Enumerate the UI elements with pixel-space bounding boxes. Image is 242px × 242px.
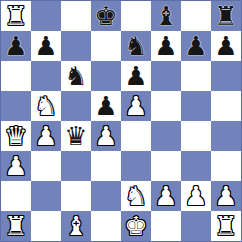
square-g8[interactable]: [181, 1, 211, 31]
square-f2[interactable]: ♟: [151, 181, 181, 211]
square-d7[interactable]: [91, 31, 121, 61]
square-h6[interactable]: [211, 61, 241, 91]
white-knight-icon: ♞: [124, 181, 147, 211]
white-pawn-icon: ♟: [184, 181, 207, 211]
square-d5[interactable]: ♟: [91, 91, 121, 121]
chess-board: ♜♚♝♜♟♟♞♟♟♟♞♟♞♟♟♛♟♛♟♟♞♟♟♟♜♝♚♜: [1, 1, 241, 241]
white-king-icon: ♚: [124, 211, 147, 241]
black-queen-icon: ♛: [64, 121, 87, 151]
black-pawn-icon: ♟: [34, 31, 57, 61]
white-knight-icon: ♞: [34, 91, 57, 121]
black-pawn-icon: ♟: [154, 31, 177, 61]
black-knight-icon: ♞: [64, 61, 87, 91]
square-a4[interactable]: ♛: [1, 121, 31, 151]
square-b2[interactable]: [31, 181, 61, 211]
square-c3[interactable]: [61, 151, 91, 181]
square-f5[interactable]: [151, 91, 181, 121]
square-a1[interactable]: ♜: [1, 211, 31, 241]
square-g5[interactable]: [181, 91, 211, 121]
square-h5[interactable]: [211, 91, 241, 121]
square-h4[interactable]: [211, 121, 241, 151]
square-c5[interactable]: [61, 91, 91, 121]
black-rook-icon: ♜: [214, 1, 237, 31]
square-c1[interactable]: ♝: [61, 211, 91, 241]
square-a8[interactable]: ♜: [1, 1, 31, 31]
white-pawn-icon: ♟: [214, 181, 237, 211]
square-e4[interactable]: [121, 121, 151, 151]
square-b4[interactable]: ♟: [31, 121, 61, 151]
square-a3[interactable]: ♟: [1, 151, 31, 181]
black-pawn-icon: ♟: [4, 31, 27, 61]
square-h3[interactable]: [211, 151, 241, 181]
square-f7[interactable]: ♟: [151, 31, 181, 61]
square-g6[interactable]: [181, 61, 211, 91]
square-e8[interactable]: [121, 1, 151, 31]
square-c4[interactable]: ♛: [61, 121, 91, 151]
square-d3[interactable]: [91, 151, 121, 181]
square-g7[interactable]: ♟: [181, 31, 211, 61]
square-g1[interactable]: [181, 211, 211, 241]
black-pawn-icon: ♟: [94, 91, 117, 121]
square-d8[interactable]: ♚: [91, 1, 121, 31]
square-d6[interactable]: [91, 61, 121, 91]
square-b7[interactable]: ♟: [31, 31, 61, 61]
square-a5[interactable]: [1, 91, 31, 121]
white-pawn-icon: ♟: [34, 121, 57, 151]
white-pawn-icon: ♟: [124, 91, 147, 121]
square-f4[interactable]: [151, 121, 181, 151]
square-d2[interactable]: [91, 181, 121, 211]
square-c6[interactable]: ♞: [61, 61, 91, 91]
square-a7[interactable]: ♟: [1, 31, 31, 61]
square-b6[interactable]: [31, 61, 61, 91]
square-c8[interactable]: [61, 1, 91, 31]
black-bishop-icon: ♝: [154, 1, 177, 31]
square-f1[interactable]: [151, 211, 181, 241]
square-d1[interactable]: [91, 211, 121, 241]
white-pawn-icon: ♟: [4, 151, 27, 181]
black-pawn-icon: ♟: [184, 31, 207, 61]
white-pawn-icon: ♟: [94, 121, 117, 151]
square-e1[interactable]: ♚: [121, 211, 151, 241]
square-h8[interactable]: ♜: [211, 1, 241, 31]
square-g2[interactable]: ♟: [181, 181, 211, 211]
chess-board-frame: ♜♚♝♜♟♟♞♟♟♟♞♟♞♟♟♛♟♛♟♟♞♟♟♟♜♝♚♜: [0, 0, 242, 242]
black-pawn-icon: ♟: [214, 31, 237, 61]
square-b1[interactable]: [31, 211, 61, 241]
square-g4[interactable]: [181, 121, 211, 151]
square-e5[interactable]: ♟: [121, 91, 151, 121]
square-f8[interactable]: ♝: [151, 1, 181, 31]
square-a6[interactable]: [1, 61, 31, 91]
black-pawn-icon: ♟: [124, 61, 147, 91]
square-b3[interactable]: [31, 151, 61, 181]
square-e2[interactable]: ♞: [121, 181, 151, 211]
square-e3[interactable]: [121, 151, 151, 181]
white-bishop-icon: ♝: [64, 211, 87, 241]
square-g3[interactable]: [181, 151, 211, 181]
square-d4[interactable]: ♟: [91, 121, 121, 151]
square-h7[interactable]: ♟: [211, 31, 241, 61]
white-rook-icon: ♜: [4, 211, 27, 241]
black-king-icon: ♚: [94, 1, 117, 31]
white-rook-icon: ♜: [214, 211, 237, 241]
square-f6[interactable]: [151, 61, 181, 91]
square-c2[interactable]: [61, 181, 91, 211]
square-e7[interactable]: ♞: [121, 31, 151, 61]
square-f3[interactable]: [151, 151, 181, 181]
square-c7[interactable]: [61, 31, 91, 61]
square-h1[interactable]: ♜: [211, 211, 241, 241]
white-pawn-icon: ♟: [154, 181, 177, 211]
black-knight-icon: ♞: [124, 31, 147, 61]
square-e6[interactable]: ♟: [121, 61, 151, 91]
white-queen-icon: ♛: [4, 121, 27, 151]
square-h2[interactable]: ♟: [211, 181, 241, 211]
white-rook-icon: ♜: [4, 1, 27, 31]
square-b5[interactable]: ♞: [31, 91, 61, 121]
square-a2[interactable]: [1, 181, 31, 211]
square-b8[interactable]: [31, 1, 61, 31]
